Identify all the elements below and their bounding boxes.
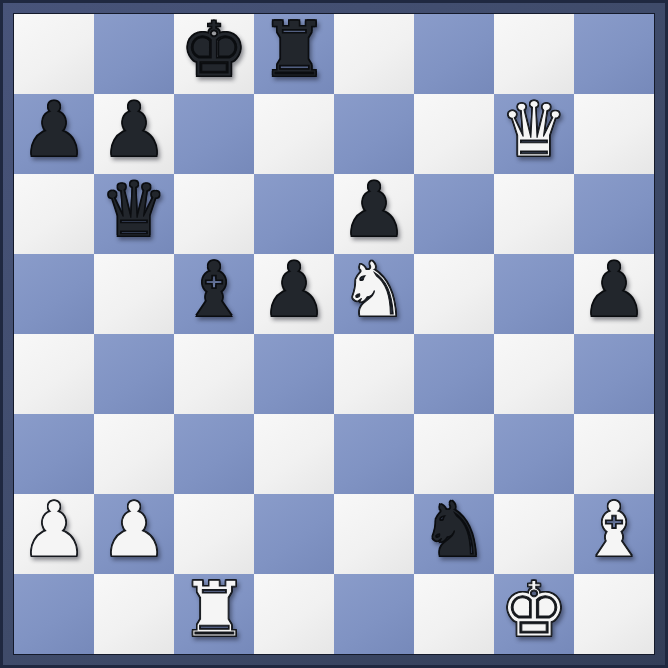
square-h3[interactable] [574,414,654,494]
white-pawn-b2[interactable]: ♟ [100,492,168,568]
square-c8[interactable]: ♚ [174,14,254,94]
square-c7[interactable] [174,94,254,174]
black-rook-d8[interactable]: ♜ [260,12,328,88]
white-rook-c1[interactable]: ♜ [180,572,248,648]
page-root: ♚♜♟♟♛♛♟♝♟♞♟♟♟♞♝♜♚ [0,0,668,668]
square-h7[interactable] [574,94,654,174]
white-pawn-a2[interactable]: ♟ [20,492,88,568]
square-h8[interactable] [574,14,654,94]
square-e3[interactable] [334,414,414,494]
square-d6[interactable] [254,174,334,254]
square-g6[interactable] [494,174,574,254]
square-g3[interactable] [494,414,574,494]
square-a8[interactable] [14,14,94,94]
square-b5[interactable] [94,254,174,334]
square-f5[interactable] [414,254,494,334]
square-e4[interactable] [334,334,414,414]
square-a5[interactable] [14,254,94,334]
square-g2[interactable] [494,494,574,574]
black-pawn-h5[interactable]: ♟ [580,252,648,328]
square-f1[interactable] [414,574,494,654]
square-b4[interactable] [94,334,174,414]
square-f4[interactable] [414,334,494,414]
white-bishop-h2[interactable]: ♝ [580,492,648,568]
square-h5[interactable]: ♟ [574,254,654,334]
white-knight-e5[interactable]: ♞ [340,252,408,328]
square-h4[interactable] [574,334,654,414]
square-g1[interactable]: ♚ [494,574,574,654]
square-f6[interactable] [414,174,494,254]
black-pawn-e6[interactable]: ♟ [340,172,408,248]
square-c4[interactable] [174,334,254,414]
white-king-g1[interactable]: ♚ [500,572,568,648]
board-frame: ♚♜♟♟♛♛♟♝♟♞♟♟♟♞♝♜♚ [3,3,665,665]
square-c1[interactable]: ♜ [174,574,254,654]
square-f7[interactable] [414,94,494,174]
square-d8[interactable]: ♜ [254,14,334,94]
square-b8[interactable] [94,14,174,94]
black-bishop-c5[interactable]: ♝ [180,252,248,328]
black-pawn-d5[interactable]: ♟ [260,252,328,328]
square-a4[interactable] [14,334,94,414]
square-f2[interactable]: ♞ [414,494,494,574]
square-d2[interactable] [254,494,334,574]
square-a6[interactable] [14,174,94,254]
square-c5[interactable]: ♝ [174,254,254,334]
square-a7[interactable]: ♟ [14,94,94,174]
square-d1[interactable] [254,574,334,654]
square-c2[interactable] [174,494,254,574]
square-e7[interactable] [334,94,414,174]
square-d3[interactable] [254,414,334,494]
square-g7[interactable]: ♛ [494,94,574,174]
square-b3[interactable] [94,414,174,494]
black-knight-f2[interactable]: ♞ [420,492,488,568]
square-e1[interactable] [334,574,414,654]
square-e8[interactable] [334,14,414,94]
square-d4[interactable] [254,334,334,414]
board: ♚♜♟♟♛♛♟♝♟♞♟♟♟♞♝♜♚ [14,14,654,654]
square-h1[interactable] [574,574,654,654]
square-a3[interactable] [14,414,94,494]
square-b1[interactable] [94,574,174,654]
square-c6[interactable] [174,174,254,254]
square-d5[interactable]: ♟ [254,254,334,334]
square-h2[interactable]: ♝ [574,494,654,574]
square-e2[interactable] [334,494,414,574]
square-e5[interactable]: ♞ [334,254,414,334]
black-queen-b6[interactable]: ♛ [100,172,168,248]
black-king-c8[interactable]: ♚ [180,12,248,88]
square-g4[interactable] [494,334,574,414]
square-f3[interactable] [414,414,494,494]
square-e6[interactable]: ♟ [334,174,414,254]
square-b6[interactable]: ♛ [94,174,174,254]
white-queen-g7[interactable]: ♛ [500,92,568,168]
square-b2[interactable]: ♟ [94,494,174,574]
square-a1[interactable] [14,574,94,654]
square-b7[interactable]: ♟ [94,94,174,174]
square-g8[interactable] [494,14,574,94]
black-pawn-a7[interactable]: ♟ [20,92,88,168]
black-pawn-b7[interactable]: ♟ [100,92,168,168]
square-g5[interactable] [494,254,574,334]
square-f8[interactable] [414,14,494,94]
square-d7[interactable] [254,94,334,174]
square-c3[interactable] [174,414,254,494]
square-a2[interactable]: ♟ [14,494,94,574]
square-h6[interactable] [574,174,654,254]
